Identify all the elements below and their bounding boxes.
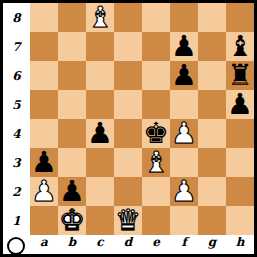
square-d6[interactable] [114,61,142,90]
piece-white-bishop[interactable]: ♝ [143,148,169,177]
piece-white-pawn[interactable]: ♟ [171,119,197,148]
square-e2[interactable] [142,177,170,206]
file-label-d: d [114,235,142,254]
square-h6[interactable]: ♜ [226,61,254,90]
chess-diagram: 87654321 ♝♟♝♟♜♟♟♚♟♟♝♟♟♟♚♛ abcdefgh [0,0,257,257]
square-e4[interactable]: ♚ [142,119,170,148]
square-e7[interactable] [142,32,170,61]
square-d7[interactable] [114,32,142,61]
file-label-h: h [226,235,254,254]
square-a1[interactable] [30,206,58,235]
square-g2[interactable] [198,177,226,206]
square-d4[interactable] [114,119,142,148]
square-h7[interactable]: ♝ [226,32,254,61]
piece-black-pawn[interactable]: ♟ [171,32,197,61]
file-label-b: b [58,235,86,254]
square-f1[interactable] [170,206,198,235]
file-label-g: g [198,235,226,254]
square-c6[interactable] [86,61,114,90]
piece-white-queen[interactable]: ♛ [115,206,141,235]
square-c3[interactable] [86,148,114,177]
square-f3[interactable] [170,148,198,177]
square-b7[interactable] [58,32,86,61]
square-b1[interactable]: ♚ [58,206,86,235]
square-c1[interactable] [86,206,114,235]
rank-label-3: 3 [3,148,30,177]
rank-label-1: 1 [3,206,30,235]
square-a5[interactable] [30,90,58,119]
square-b8[interactable] [58,3,86,32]
piece-black-pawn[interactable]: ♟ [59,177,85,206]
piece-black-pawn[interactable]: ♟ [87,119,113,148]
piece-black-pawn[interactable]: ♟ [31,148,57,177]
square-a6[interactable] [30,61,58,90]
rank-label-4: 4 [3,119,30,148]
square-f8[interactable] [170,3,198,32]
piece-black-pawn[interactable]: ♟ [227,90,253,119]
square-d3[interactable] [114,148,142,177]
piece-white-pawn[interactable]: ♟ [31,177,57,206]
file-label-f: f [170,235,198,254]
square-a3[interactable]: ♟ [30,148,58,177]
chess-board: ♝♟♝♟♜♟♟♚♟♟♝♟♟♟♚♛ [30,3,254,235]
square-c8[interactable]: ♝ [86,3,114,32]
square-f4[interactable]: ♟ [170,119,198,148]
square-h1[interactable] [226,206,254,235]
square-c7[interactable] [86,32,114,61]
file-label-c: c [86,235,114,254]
piece-black-pawn[interactable]: ♟ [171,61,197,90]
square-d8[interactable] [114,3,142,32]
square-d2[interactable] [114,177,142,206]
rank-label-8: 8 [3,3,30,32]
piece-white-bishop[interactable]: ♝ [87,3,113,32]
square-a8[interactable] [30,3,58,32]
square-a7[interactable] [30,32,58,61]
square-h8[interactable] [226,3,254,32]
rank-label-6: 6 [3,61,30,90]
file-label-e: e [142,235,170,254]
square-g3[interactable] [198,148,226,177]
square-f6[interactable]: ♟ [170,61,198,90]
square-b2[interactable]: ♟ [58,177,86,206]
square-g7[interactable] [198,32,226,61]
square-b6[interactable] [58,61,86,90]
file-labels: abcdefgh [30,235,254,254]
square-b3[interactable] [58,148,86,177]
square-h2[interactable] [226,177,254,206]
square-a4[interactable] [30,119,58,148]
square-e3[interactable]: ♝ [142,148,170,177]
piece-white-pawn[interactable]: ♟ [171,177,197,206]
piece-black-king[interactable]: ♚ [143,119,169,148]
rank-label-7: 7 [3,32,30,61]
square-f7[interactable]: ♟ [170,32,198,61]
square-b5[interactable] [58,90,86,119]
square-c4[interactable]: ♟ [86,119,114,148]
piece-black-rook[interactable]: ♜ [227,61,253,90]
square-a2[interactable]: ♟ [30,177,58,206]
rank-labels: 87654321 [3,3,30,235]
square-d1[interactable]: ♛ [114,206,142,235]
rank-label-5: 5 [3,90,30,119]
square-e8[interactable] [142,3,170,32]
square-f2[interactable]: ♟ [170,177,198,206]
square-h4[interactable] [226,119,254,148]
side-to-move-indicator [7,237,25,255]
piece-black-bishop[interactable]: ♝ [227,32,253,61]
square-e5[interactable] [142,90,170,119]
file-label-a: a [30,235,58,254]
square-e1[interactable] [142,206,170,235]
square-f5[interactable] [170,90,198,119]
square-g1[interactable] [198,206,226,235]
square-e6[interactable] [142,61,170,90]
square-g5[interactable] [198,90,226,119]
square-g8[interactable] [198,3,226,32]
square-h5[interactable]: ♟ [226,90,254,119]
square-g4[interactable] [198,119,226,148]
square-d5[interactable] [114,90,142,119]
square-c2[interactable] [86,177,114,206]
square-b4[interactable] [58,119,86,148]
square-g6[interactable] [198,61,226,90]
piece-white-king[interactable]: ♚ [59,206,85,235]
square-c5[interactable] [86,90,114,119]
square-h3[interactable] [226,148,254,177]
rank-label-2: 2 [3,177,30,206]
